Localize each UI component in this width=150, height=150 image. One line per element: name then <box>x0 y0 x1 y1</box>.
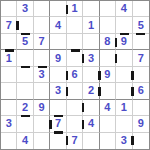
cell-r8c9[interactable]: 9 <box>133 116 149 132</box>
given-digit: 3 <box>121 135 127 146</box>
cell-r8c5[interactable] <box>67 116 83 132</box>
consecutive-bar-h-r4c3 <box>38 66 47 69</box>
given-digit: 7 <box>138 53 144 64</box>
cell-r6c8[interactable] <box>116 83 132 99</box>
cell-r4c9[interactable]: 7 <box>133 50 149 66</box>
cell-r7c8[interactable]: 1 <box>116 100 132 116</box>
given-digit: 2 <box>22 102 28 113</box>
given-digit: 9 <box>121 36 127 47</box>
cell-r6c1[interactable] <box>1 83 17 99</box>
cell-r2c2[interactable] <box>17 17 33 33</box>
cell-r2c9[interactable]: 5 <box>133 17 149 33</box>
cell-r1c6[interactable] <box>83 1 99 17</box>
cell-r5c1[interactable] <box>1 67 17 83</box>
cell-r9c8[interactable]: 3 <box>116 133 132 149</box>
given-digit: 7 <box>39 36 45 47</box>
cell-r2c6[interactable]: 1 <box>83 17 99 33</box>
consecutive-bar-h-r3c5 <box>71 49 80 52</box>
given-digit: 6 <box>138 85 144 96</box>
cell-r8c4[interactable]: 7 <box>50 116 66 132</box>
cell-r3c2[interactable]: 5 <box>17 34 33 50</box>
cell-r6c7[interactable] <box>100 83 116 99</box>
cell-r5c3[interactable]: 3 <box>34 67 50 83</box>
cell-r7c2[interactable]: 2 <box>17 100 33 116</box>
given-digit: 9 <box>104 69 110 80</box>
given-digit: 4 <box>121 3 127 14</box>
consecutive-bar-v-r6c4 <box>66 87 69 96</box>
cell-r7c7[interactable]: 4 <box>100 100 116 116</box>
cell-r6c9[interactable]: 6 <box>133 83 149 99</box>
consecutive-bar-v-r6c6 <box>98 87 101 96</box>
cell-r4c3[interactable] <box>34 50 50 66</box>
cell-r7c1[interactable] <box>1 100 17 116</box>
cell-r9c1[interactable] <box>1 133 17 149</box>
cell-r9c3[interactable] <box>34 133 50 149</box>
consecutive-bar-v-r7c5 <box>82 103 85 112</box>
cell-r1c9[interactable] <box>133 1 149 17</box>
cell-r3c5[interactable] <box>67 34 83 50</box>
consecutive-bar-v-r6c8 <box>131 87 134 96</box>
cell-r1c7[interactable] <box>100 1 116 17</box>
cell-r3c7[interactable]: 8 <box>100 34 116 50</box>
cell-r2c3[interactable] <box>34 17 50 33</box>
consecutive-bar-h-r2c8 <box>120 33 129 36</box>
given-digit: 4 <box>55 20 61 31</box>
consecutive-bar-v-r3c7 <box>115 38 118 47</box>
cell-r7c4[interactable] <box>50 100 66 116</box>
given-digit: 6 <box>71 69 77 80</box>
consecutive-bar-h-r2c2 <box>21 33 30 36</box>
cell-r6c6[interactable]: 2 <box>83 83 99 99</box>
cell-r3c4[interactable] <box>50 34 66 50</box>
cell-r8c3[interactable] <box>34 116 50 132</box>
cell-r5c2[interactable] <box>17 67 33 83</box>
sudoku-board: 31474155789193736932629413749473 <box>0 0 150 150</box>
sudoku-grid: 31474155789193736932629413749473 <box>1 1 149 149</box>
cell-r4c8[interactable] <box>116 50 132 66</box>
cell-r1c4[interactable] <box>50 1 66 17</box>
cell-r3c1[interactable] <box>1 34 17 50</box>
consecutive-bar-h-r8c4 <box>54 131 63 134</box>
cell-r4c6[interactable]: 3 <box>83 50 99 66</box>
cell-r6c5[interactable] <box>67 83 83 99</box>
consecutive-bar-v-r5c8 <box>131 71 134 80</box>
consecutive-bar-v-r8c3 <box>49 120 52 129</box>
consecutive-bar-v-r9c4 <box>66 136 69 145</box>
cell-r5c8[interactable] <box>116 67 132 83</box>
cell-r9c4[interactable] <box>50 133 66 149</box>
cell-r8c6[interactable]: 4 <box>83 116 99 132</box>
cell-r1c5[interactable]: 1 <box>67 1 83 17</box>
cell-r1c2[interactable]: 3 <box>17 1 33 17</box>
cell-r8c8[interactable] <box>116 116 132 132</box>
consecutive-bar-h-r7c2 <box>21 115 30 118</box>
cell-r1c3[interactable] <box>34 1 50 17</box>
cell-r5c7[interactable]: 9 <box>100 67 116 83</box>
given-digit: 2 <box>88 85 94 96</box>
given-digit: 1 <box>6 53 12 64</box>
given-digit: 9 <box>55 53 61 64</box>
consecutive-bar-v-r4c5 <box>82 54 85 63</box>
consecutive-bar-v-r5c6 <box>98 71 101 80</box>
cell-r6c4[interactable]: 3 <box>50 83 66 99</box>
cell-r4c1[interactable]: 1 <box>1 50 17 66</box>
consecutive-bar-v-r8c5 <box>82 120 85 129</box>
cell-r5c5[interactable]: 6 <box>67 67 83 83</box>
given-digit: 5 <box>22 36 28 47</box>
given-digit: 9 <box>138 118 144 129</box>
given-digit: 7 <box>6 20 12 31</box>
given-digit: 4 <box>22 135 28 146</box>
consecutive-bar-h-r4c2 <box>21 66 30 69</box>
given-digit: 3 <box>6 118 12 129</box>
cell-r5c6[interactable] <box>83 67 99 83</box>
screenshot-root: 31474155789193736932629413749473 <box>0 0 150 150</box>
cell-r2c7[interactable] <box>100 17 116 33</box>
given-digit: 4 <box>88 118 94 129</box>
consecutive-bar-h-r3c1 <box>5 49 14 52</box>
cell-r7c5[interactable] <box>67 100 83 116</box>
consecutive-bar-v-r5c4 <box>66 71 69 80</box>
cell-r4c2[interactable] <box>17 50 33 66</box>
given-digit: 7 <box>55 118 61 129</box>
cell-r4c4[interactable]: 9 <box>50 50 66 66</box>
cell-r9c2[interactable]: 4 <box>17 133 33 149</box>
given-digit: 9 <box>39 102 45 113</box>
consecutive-bar-v-r9c8 <box>131 136 134 145</box>
cell-r8c1[interactable]: 3 <box>1 116 17 132</box>
cell-r4c7[interactable] <box>100 50 116 66</box>
cell-r6c2[interactable] <box>17 83 33 99</box>
cell-r2c5[interactable] <box>67 17 83 33</box>
cell-r7c6[interactable] <box>83 100 99 116</box>
cell-r7c3[interactable]: 9 <box>34 100 50 116</box>
cell-r6c3[interactable] <box>34 83 50 99</box>
cell-r8c2[interactable] <box>17 116 33 132</box>
given-digit: 1 <box>88 20 94 31</box>
cell-r2c1[interactable]: 7 <box>1 17 17 33</box>
cell-r4c5[interactable] <box>67 50 83 66</box>
consecutive-bar-h-r7c4 <box>54 115 63 118</box>
cell-r3c6[interactable] <box>83 34 99 50</box>
consecutive-bar-v-r4c7 <box>115 54 118 63</box>
cell-r3c8[interactable]: 9 <box>116 34 132 50</box>
given-digit: 3 <box>88 53 94 64</box>
given-digit: 3 <box>55 85 61 96</box>
cell-r7c9[interactable] <box>133 100 149 116</box>
given-digit: 5 <box>138 20 144 31</box>
given-digit: 1 <box>71 3 77 14</box>
given-digit: 3 <box>22 3 28 14</box>
cell-r3c3[interactable]: 7 <box>34 34 50 50</box>
cell-r1c1[interactable] <box>1 1 17 17</box>
cell-r9c9[interactable] <box>133 133 149 149</box>
given-digit: 7 <box>71 135 77 146</box>
cell-r9c5[interactable]: 7 <box>67 133 83 149</box>
cell-r5c9[interactable] <box>133 67 149 83</box>
cell-r9c7[interactable] <box>100 133 116 149</box>
cell-r3c9[interactable] <box>133 34 149 50</box>
cell-r5c4[interactable] <box>50 67 66 83</box>
given-digit: 8 <box>104 36 110 47</box>
given-digit: 3 <box>39 69 45 80</box>
cell-r2c4[interactable]: 4 <box>50 17 66 33</box>
cell-r8c7[interactable] <box>100 116 116 132</box>
consecutive-bar-h-r2c9 <box>136 33 145 36</box>
cell-r1c8[interactable]: 4 <box>116 1 132 17</box>
cell-r2c8[interactable] <box>116 17 132 33</box>
given-digit: 1 <box>121 102 127 113</box>
cell-r9c6[interactable] <box>83 133 99 149</box>
given-digit: 4 <box>104 102 110 113</box>
consecutive-bar-v-r1c4 <box>66 5 69 14</box>
consecutive-bar-v-r2c1 <box>16 21 19 30</box>
